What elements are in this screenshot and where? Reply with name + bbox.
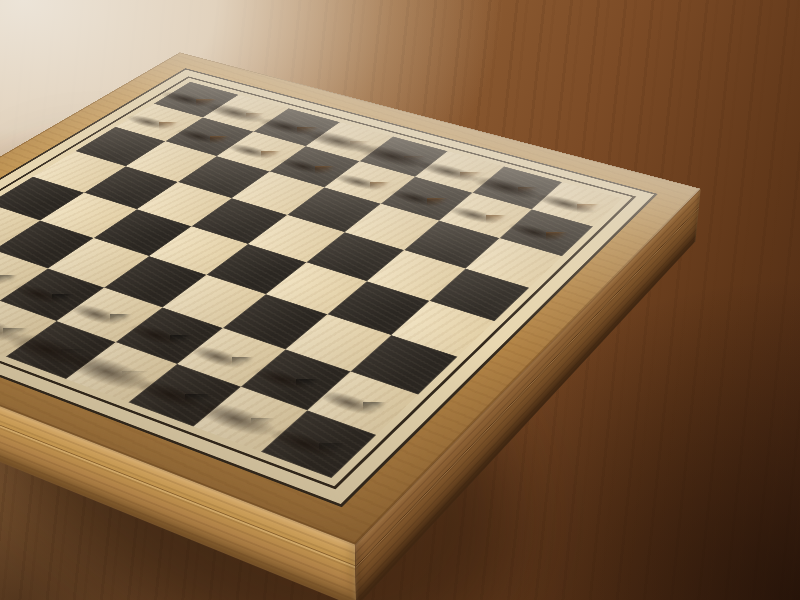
scene: ♜♝♞♛♚♞♝♜♟♟♟♟♟♟♟♟♟♟♟♟♟♟♟♟♜♝♞♛♚♞♝♜: [0, 0, 800, 600]
piece-glyph: ♜: [212, 372, 426, 453]
photo-stage: ♜♝♞♛♚♞♝♜♟♟♟♟♟♟♟♟♟♟♟♟♟♟♟♟♜♝♞♛♚♞♝♜: [0, 0, 800, 600]
